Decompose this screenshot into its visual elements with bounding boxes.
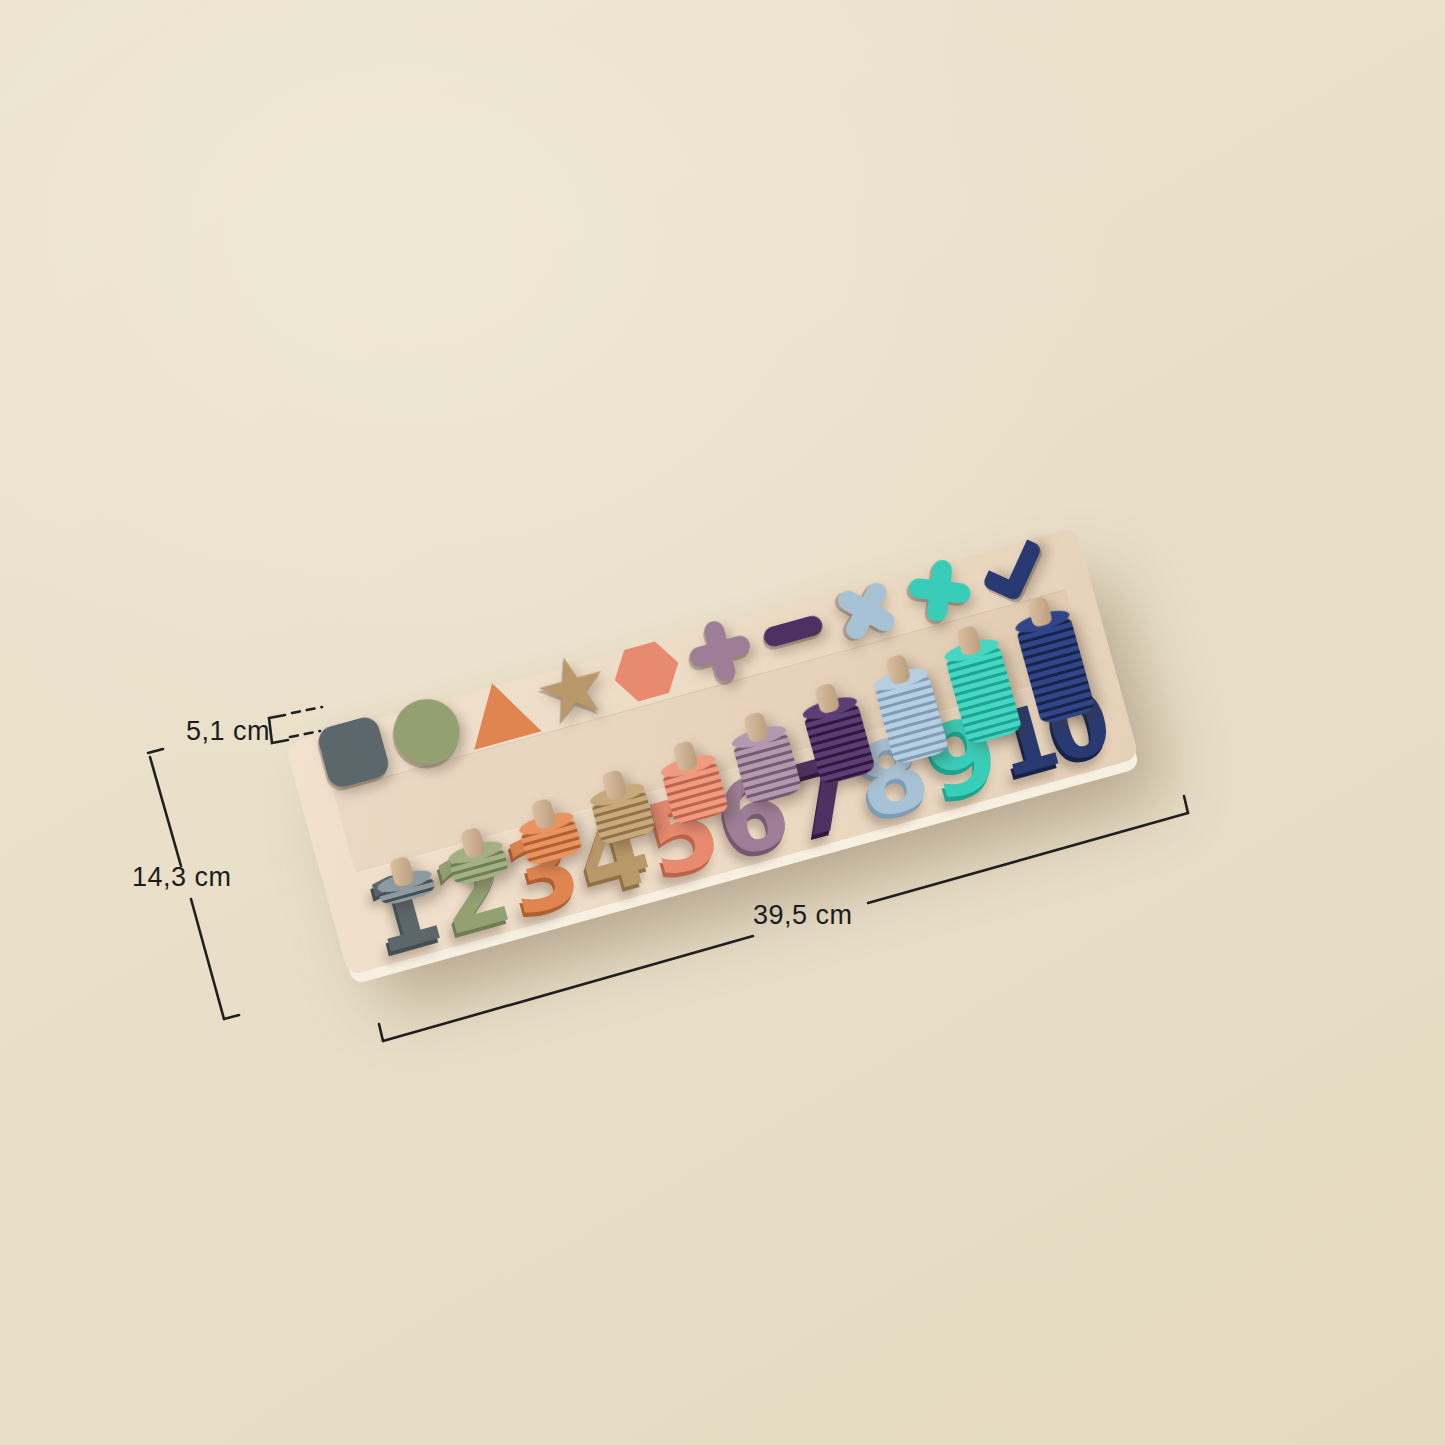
minus-shape-piece — [762, 614, 825, 649]
depth-line-seg1 — [150, 757, 181, 866]
thickness-label: 5,1 cm — [186, 716, 270, 747]
shape-cell — [902, 553, 978, 629]
depth-label: 14,3 cm — [132, 862, 232, 893]
shape-cell: ★ — [527, 645, 620, 738]
depth-line-tick-bottom — [224, 1015, 239, 1019]
shape-cell — [762, 614, 825, 649]
length-line-tick-left — [379, 1024, 383, 1041]
shape-cell — [980, 549, 1047, 593]
thickness-bracket — [269, 715, 288, 743]
depth-line-tick-top — [148, 749, 163, 753]
depth-line-seg2 — [191, 899, 224, 1019]
thickness-dash-top — [292, 707, 322, 713]
puzzle-board: ★ 12345678910 — [285, 526, 1139, 975]
bar-vertical — [926, 559, 953, 623]
cross-shape-piece — [905, 556, 974, 625]
photo-background: ★ 12345678910 5,1 cm 14,3 cm 39,5 cm — [0, 0, 1445, 1445]
length-label: 39,5 cm — [753, 900, 853, 931]
check-shape-piece — [981, 530, 1042, 602]
length-line-tick-right — [1184, 796, 1188, 813]
